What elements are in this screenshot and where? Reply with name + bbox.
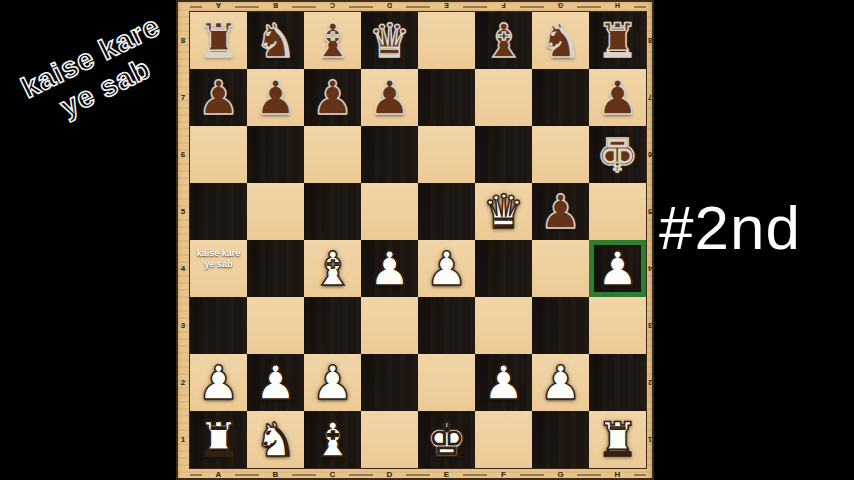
white-king[interactable]: ♚ [418, 411, 475, 468]
square-h6[interactable]: ♚ [589, 126, 646, 183]
square-b5[interactable] [247, 183, 304, 240]
rank-labels-right: 87654321 [646, 12, 654, 468]
white-pawn[interactable]: ♟ [589, 240, 646, 297]
coord-label: 2 [176, 354, 190, 411]
white-pawn[interactable]: ♟ [247, 354, 304, 411]
coord-label: A [190, 468, 247, 480]
square-b1[interactable]: ♞ [247, 411, 304, 468]
rank-labels-left: 87654321 [176, 12, 190, 468]
coord-label: D [361, 468, 418, 480]
square-e7[interactable] [418, 69, 475, 126]
square-d3[interactable] [361, 297, 418, 354]
white-pawn[interactable]: ♟ [475, 354, 532, 411]
square-a4[interactable] [190, 240, 247, 297]
coord-label: 6 [646, 126, 654, 183]
square-e3[interactable] [418, 297, 475, 354]
square-f6[interactable] [475, 126, 532, 183]
square-a5[interactable] [190, 183, 247, 240]
square-f8[interactable]: ♝ [475, 12, 532, 69]
square-g7[interactable] [532, 69, 589, 126]
square-b8[interactable]: ♞ [247, 12, 304, 69]
square-f2[interactable]: ♟ [475, 354, 532, 411]
black-rook[interactable]: ♜ [589, 12, 646, 69]
black-pawn[interactable]: ♟ [190, 69, 247, 126]
square-b4[interactable] [247, 240, 304, 297]
square-e2[interactable] [418, 354, 475, 411]
coord-label: 2 [646, 354, 654, 411]
square-f1[interactable] [475, 411, 532, 468]
square-d5[interactable] [361, 183, 418, 240]
square-f7[interactable] [475, 69, 532, 126]
square-g3[interactable] [532, 297, 589, 354]
black-pawn[interactable]: ♟ [304, 69, 361, 126]
black-king[interactable]: ♚ [589, 126, 646, 183]
square-c2[interactable]: ♟ [304, 354, 361, 411]
square-h2[interactable] [589, 354, 646, 411]
coord-label: A [190, 0, 247, 12]
coord-label: 4 [176, 240, 190, 297]
board-grid: ♜♞♝♛♝♞♜♟♟♟♟♟♚♛♟♝♟♟♟♟♟♟♟♟♜♞♝♚♜ [190, 12, 646, 468]
black-bishop[interactable]: ♝ [475, 12, 532, 69]
file-labels-top: ABCDEFGH [190, 0, 646, 12]
coord-label: G [532, 0, 589, 12]
black-knight[interactable]: ♞ [247, 12, 304, 69]
coord-label: 6 [176, 126, 190, 183]
square-e5[interactable] [418, 183, 475, 240]
black-pawn[interactable]: ♟ [361, 69, 418, 126]
white-pawn[interactable]: ♟ [418, 240, 475, 297]
square-e4[interactable]: ♟ [418, 240, 475, 297]
white-rook[interactable]: ♜ [589, 411, 646, 468]
square-a7[interactable]: ♟ [190, 69, 247, 126]
square-c5[interactable] [304, 183, 361, 240]
square-c1[interactable]: ♝ [304, 411, 361, 468]
coord-label: 7 [646, 69, 654, 126]
coord-label: B [247, 0, 304, 12]
square-d7[interactable]: ♟ [361, 69, 418, 126]
black-pawn[interactable]: ♟ [247, 69, 304, 126]
square-a8[interactable]: ♜ [190, 12, 247, 69]
black-knight[interactable]: ♞ [532, 12, 589, 69]
white-bishop[interactable]: ♝ [304, 240, 361, 297]
white-rook[interactable]: ♜ [190, 411, 247, 468]
square-a1[interactable]: ♜ [190, 411, 247, 468]
watermark-line1: kaise kare [0, 0, 197, 120]
square-h7[interactable]: ♟ [589, 69, 646, 126]
square-h3[interactable] [589, 297, 646, 354]
square-e6[interactable] [418, 126, 475, 183]
white-pawn[interactable]: ♟ [532, 354, 589, 411]
square-d4[interactable]: ♟ [361, 240, 418, 297]
square-e1[interactable]: ♚ [418, 411, 475, 468]
chess-board: ABCDEFGH ABCDEFGH 87654321 87654321 ♜♞♝♛… [176, 0, 654, 480]
square-b7[interactable]: ♟ [247, 69, 304, 126]
caption-text: #2nd [659, 197, 801, 259]
coord-label: F [475, 468, 532, 480]
square-a6[interactable] [190, 126, 247, 183]
white-pawn[interactable]: ♟ [304, 354, 361, 411]
square-g1[interactable] [532, 411, 589, 468]
coord-label: 1 [646, 411, 654, 468]
coord-label: D [361, 0, 418, 12]
coord-label: 7 [176, 69, 190, 126]
square-g2[interactable]: ♟ [532, 354, 589, 411]
square-f4[interactable] [475, 240, 532, 297]
square-c3[interactable] [304, 297, 361, 354]
square-g4[interactable] [532, 240, 589, 297]
square-d2[interactable] [361, 354, 418, 411]
square-h4[interactable]: ♟ [589, 240, 646, 297]
coord-label: E [418, 0, 475, 12]
coord-label: H [589, 0, 646, 12]
square-b3[interactable] [247, 297, 304, 354]
square-a2[interactable]: ♟ [190, 354, 247, 411]
square-c6[interactable] [304, 126, 361, 183]
square-b2[interactable]: ♟ [247, 354, 304, 411]
white-pawn[interactable]: ♟ [361, 240, 418, 297]
coord-label: B [247, 468, 304, 480]
square-h1[interactable]: ♜ [589, 411, 646, 468]
square-g6[interactable] [532, 126, 589, 183]
square-g5[interactable]: ♟ [532, 183, 589, 240]
black-rook[interactable]: ♜ [190, 12, 247, 69]
black-queen[interactable]: ♛ [361, 12, 418, 69]
coord-label: E [418, 468, 475, 480]
coord-label: 5 [176, 183, 190, 240]
square-g8[interactable]: ♞ [532, 12, 589, 69]
black-bishop[interactable]: ♝ [304, 12, 361, 69]
coord-label: C [304, 0, 361, 12]
coord-label: 3 [176, 297, 190, 354]
black-pawn[interactable]: ♟ [532, 183, 589, 240]
square-d1[interactable] [361, 411, 418, 468]
coord-label: 8 [646, 12, 654, 69]
coord-label: 5 [646, 183, 654, 240]
white-knight[interactable]: ♞ [247, 411, 304, 468]
white-pawn[interactable]: ♟ [190, 354, 247, 411]
coord-label: H [589, 468, 646, 480]
square-h8[interactable]: ♜ [589, 12, 646, 69]
square-e8[interactable] [418, 12, 475, 69]
coord-label: F [475, 0, 532, 12]
coord-label: 1 [176, 411, 190, 468]
black-pawn[interactable]: ♟ [589, 69, 646, 126]
square-c7[interactable]: ♟ [304, 69, 361, 126]
square-a3[interactable] [190, 297, 247, 354]
square-c8[interactable]: ♝ [304, 12, 361, 69]
square-b6[interactable] [247, 126, 304, 183]
file-labels-bottom: ABCDEFGH [190, 468, 646, 480]
square-f5[interactable]: ♛ [475, 183, 532, 240]
coord-label: 3 [646, 297, 654, 354]
white-bishop[interactable]: ♝ [304, 411, 361, 468]
coord-label: 8 [176, 12, 190, 69]
screenshot-root: ABCDEFGH ABCDEFGH 87654321 87654321 ♜♞♝♛… [0, 0, 854, 480]
square-h5[interactable] [589, 183, 646, 240]
square-d8[interactable]: ♛ [361, 12, 418, 69]
coord-label: 4 [646, 240, 654, 297]
square-d6[interactable] [361, 126, 418, 183]
coord-label: G [532, 468, 589, 480]
square-c4[interactable]: ♝ [304, 240, 361, 297]
white-queen[interactable]: ♛ [475, 183, 532, 240]
square-f3[interactable] [475, 297, 532, 354]
coord-label: C [304, 468, 361, 480]
